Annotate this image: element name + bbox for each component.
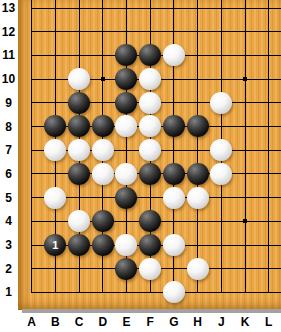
- column-label-C: C: [69, 314, 89, 330]
- column-label-L: L: [259, 314, 279, 330]
- white-stone-G1: [163, 281, 185, 303]
- row-label-5: 5: [0, 190, 17, 206]
- column-label-G: G: [164, 314, 184, 330]
- row-label-1: 1: [0, 284, 17, 300]
- white-stone-F9: [139, 92, 161, 114]
- black-stone-D3: [92, 234, 114, 256]
- column-label-B: B: [45, 314, 65, 330]
- white-stone-B5: [44, 187, 66, 209]
- black-stone-E2: [115, 258, 137, 280]
- white-stone-G5: [163, 187, 185, 209]
- column-labels: ABCDEFGHJKL: [0, 314, 281, 330]
- row-label-9: 9: [0, 95, 17, 111]
- column-label-H: H: [188, 314, 208, 330]
- row-label-11: 11: [0, 47, 17, 63]
- row-label-13: 13: [0, 0, 17, 16]
- black-stone-C9: [68, 92, 90, 114]
- row-label-12: 12: [0, 24, 17, 40]
- white-stone-H2: [187, 258, 209, 280]
- white-stone-C4: [68, 210, 90, 232]
- black-stone-F11: [139, 44, 161, 66]
- black-stone-E5: [115, 187, 137, 209]
- black-stone-D4: [92, 210, 114, 232]
- white-stone-G11: [163, 44, 185, 66]
- row-label-3: 3: [0, 237, 17, 253]
- white-stone-E3: [115, 234, 137, 256]
- white-stone-E6: [115, 163, 137, 185]
- row-label-7: 7: [0, 142, 17, 158]
- white-stone-J6: [210, 163, 232, 185]
- black-stone-E9: [115, 92, 137, 114]
- row-labels: 13121110987654321: [0, 0, 18, 309]
- column-label-A: A: [22, 314, 42, 330]
- white-stone-J7: [210, 139, 232, 161]
- white-stone-D6: [92, 163, 114, 185]
- black-stone-C6: [68, 163, 90, 185]
- move-number-mark: 1: [52, 234, 58, 256]
- column-label-E: E: [117, 314, 137, 330]
- white-stone-F10: [139, 68, 161, 90]
- white-stone-B7: [44, 139, 66, 161]
- row-label-6: 6: [0, 166, 17, 182]
- black-stone-F4: [139, 210, 161, 232]
- white-stone-D7: [92, 139, 114, 161]
- board-shadow: [22, 309, 281, 313]
- go-diagram: 13121110987654321 1 ABCDEFGHJKL: [0, 0, 281, 332]
- white-stone-C10: [68, 68, 90, 90]
- black-stone-G8: [163, 115, 185, 137]
- black-stone-C8: [68, 115, 90, 137]
- black-stone-E10: [115, 68, 137, 90]
- black-stone-F3: [139, 234, 161, 256]
- white-stone-F8: [139, 115, 161, 137]
- black-stone-E11: [115, 44, 137, 66]
- column-label-F: F: [140, 314, 160, 330]
- column-label-J: J: [211, 314, 231, 330]
- black-stone-B3: 1: [44, 234, 66, 256]
- black-stone-H8: [187, 115, 209, 137]
- row-label-10: 10: [0, 71, 17, 87]
- white-stone-F2: [139, 258, 161, 280]
- column-label-D: D: [93, 314, 113, 330]
- white-stone-E8: [115, 115, 137, 137]
- white-stone-F7: [139, 139, 161, 161]
- white-stone-C7: [68, 139, 90, 161]
- column-label-K: K: [235, 314, 255, 330]
- stones-grid: 1: [20, 0, 281, 304]
- white-stone-J9: [210, 92, 232, 114]
- white-stone-H5: [187, 187, 209, 209]
- go-board[interactable]: 1: [18, 0, 281, 310]
- row-label-4: 4: [0, 213, 17, 229]
- row-label-8: 8: [0, 119, 17, 135]
- white-stone-G3: [163, 234, 185, 256]
- black-stone-H6: [187, 163, 209, 185]
- row-label-2: 2: [0, 261, 17, 277]
- black-stone-C3: [68, 234, 90, 256]
- black-stone-B8: [44, 115, 66, 137]
- black-stone-G6: [163, 163, 185, 185]
- black-stone-F6: [139, 163, 161, 185]
- black-stone-D8: [92, 115, 114, 137]
